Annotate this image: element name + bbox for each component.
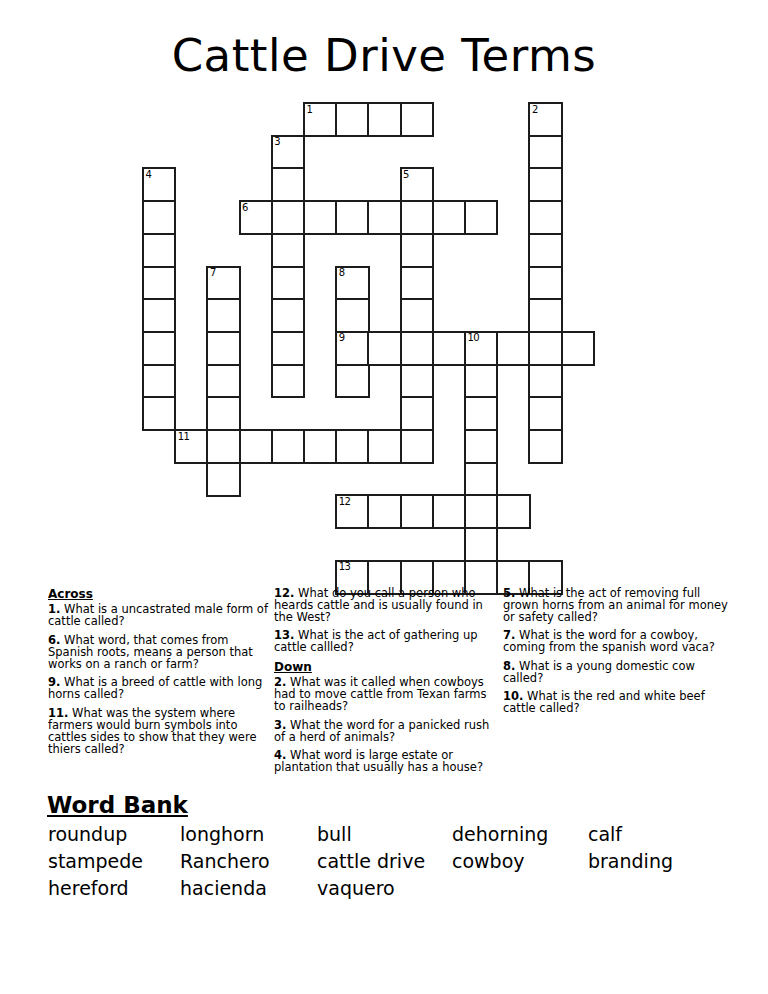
word-bank-item: vaquero [317, 877, 452, 899]
grid-cell[interactable]: 3 [271, 135, 305, 170]
clue-down-8: 8. What is a young domestic cow called? [503, 661, 731, 685]
grid-cell[interactable] [271, 364, 305, 399]
grid-cell[interactable] [206, 462, 240, 497]
clue-across-9: 9. What is a breed of cattle with long h… [48, 677, 274, 701]
word-bank-item: cattle drive [317, 850, 452, 872]
word-bank-item: hereford [48, 877, 180, 899]
grid-cell[interactable] [464, 527, 498, 562]
word-bank-heading: Word Bank [47, 792, 188, 818]
grid-cell[interactable] [528, 331, 562, 366]
grid-cell[interactable] [271, 266, 305, 301]
word-bank-item: bull [317, 823, 452, 845]
grid-cell[interactable]: 7 [206, 266, 240, 301]
word-bank-item: roundup [48, 823, 180, 845]
grid-cell[interactable] [400, 364, 434, 399]
grid-cell[interactable] [142, 331, 176, 366]
grid-cell[interactable] [335, 298, 369, 333]
grid-cell[interactable] [335, 364, 369, 399]
clue-down-2: 2. What was it called when cowboys had t… [274, 677, 500, 713]
grid-cell[interactable] [432, 200, 466, 235]
cell-number: 7 [210, 268, 216, 278]
cell-number: 6 [242, 203, 248, 213]
grid-cell[interactable] [528, 298, 562, 333]
grid-cell[interactable]: 8 [335, 266, 369, 301]
grid-cell[interactable] [335, 102, 369, 137]
clue-down-10: 10. What is the red and white beef cattl… [503, 691, 731, 715]
grid-cell[interactable] [464, 364, 498, 399]
page-root: Cattle Drive Terms 12345678910111213 Acr… [0, 0, 768, 994]
clue-down-4: 4. What word is large estate or plantati… [274, 750, 500, 774]
clue-column-right: 5. What is the act of removing full grow… [503, 588, 731, 722]
grid-cell[interactable] [400, 494, 434, 529]
grid-cell[interactable] [367, 331, 401, 366]
grid-cell[interactable]: 9 [335, 331, 369, 366]
cell-number: 4 [146, 170, 152, 180]
grid-cell[interactable] [142, 233, 176, 268]
grid-cell[interactable] [142, 200, 176, 235]
grid-cell[interactable] [561, 331, 595, 366]
grid-cell[interactable] [496, 494, 530, 529]
word-bank-item: calf [588, 823, 673, 845]
grid-cell[interactable] [271, 429, 305, 464]
grid-cell[interactable] [271, 331, 305, 366]
grid-cell[interactable]: 11 [174, 429, 208, 464]
grid-cell[interactable] [400, 429, 434, 464]
grid-cell[interactable] [303, 429, 337, 464]
cell-number: 8 [339, 268, 345, 278]
clue-across-1: 1. What is a uncastrated male form of ca… [48, 604, 274, 628]
grid-cell[interactable] [400, 200, 434, 235]
cell-number: 12 [339, 497, 351, 507]
grid-cell[interactable] [271, 233, 305, 268]
grid-cell[interactable] [432, 494, 466, 529]
grid-cell[interactable] [206, 429, 240, 464]
grid-cell[interactable] [142, 364, 176, 399]
cell-number: 1 [307, 105, 313, 115]
crossword-grid: 12345678910111213 [142, 102, 595, 595]
page-title: Cattle Drive Terms [0, 30, 768, 82]
clue-across-12: 12. What do you call a person who heards… [274, 588, 500, 624]
grid-cell[interactable]: 6 [239, 200, 273, 235]
word-bank-item: Ranchero [180, 850, 317, 872]
grid-cell[interactable] [528, 266, 562, 301]
grid-cell[interactable]: 2 [528, 102, 562, 137]
clue-down-7: 7. What is the word for a cowboy, coming… [503, 630, 731, 654]
grid-cell[interactable] [335, 200, 369, 235]
grid-cell[interactable] [432, 331, 466, 366]
grid-cell[interactable] [400, 298, 434, 333]
grid-cell[interactable] [496, 331, 530, 366]
grid-cell[interactable] [367, 200, 401, 235]
cell-number: 3 [274, 137, 280, 147]
grid-cell[interactable] [528, 167, 562, 202]
grid-cell[interactable] [400, 331, 434, 366]
grid-cell[interactable]: 12 [335, 494, 369, 529]
cell-number: 10 [468, 333, 480, 343]
grid-cell[interactable] [528, 396, 562, 431]
grid-cell[interactable] [206, 364, 240, 399]
grid-cell[interactable] [206, 331, 240, 366]
cell-number: 5 [403, 170, 409, 180]
word-bank-item: dehorning [452, 823, 588, 845]
grid-cell[interactable] [271, 298, 305, 333]
word-bank-item: branding [588, 850, 673, 872]
word-bank: rounduplonghornbulldehorningcalfstampede… [48, 823, 673, 899]
grid-cell[interactable] [142, 298, 176, 333]
down-heading: Down [274, 661, 500, 673]
grid-cell[interactable] [400, 396, 434, 431]
grid-cell[interactable] [271, 200, 305, 235]
grid-cell[interactable] [528, 233, 562, 268]
grid-cell[interactable] [367, 102, 401, 137]
word-bank-item: longhorn [180, 823, 317, 845]
grid-cell[interactable] [528, 135, 562, 170]
clue-column-left: Across1. What is a uncastrated male form… [48, 588, 274, 762]
grid-cell[interactable]: 10 [464, 331, 498, 366]
cell-number: 2 [532, 105, 538, 115]
grid-cell[interactable] [464, 494, 498, 529]
cell-number: 13 [339, 562, 351, 572]
word-bank-item: cowboy [452, 850, 588, 872]
grid-cell[interactable] [367, 494, 401, 529]
grid-cell[interactable] [271, 167, 305, 202]
grid-cell[interactable]: 4 [142, 167, 176, 202]
grid-cell[interactable] [528, 429, 562, 464]
clue-down-5: 5. What is the act of removing full grow… [503, 588, 731, 624]
grid-cell[interactable] [239, 429, 273, 464]
grid-cell[interactable]: 1 [303, 102, 337, 137]
clue-across-13: 13. What is the act of gathering up catt… [274, 630, 500, 654]
across-heading: Across [48, 588, 274, 600]
grid-cell[interactable] [528, 200, 562, 235]
clue-across-11: 11. What was the system where farmers wo… [48, 708, 274, 756]
grid-cell[interactable] [464, 200, 498, 235]
word-bank-item: stampede [48, 850, 180, 872]
clue-down-3: 3. What the word for a panicked rush of … [274, 720, 500, 744]
grid-cell[interactable] [335, 429, 369, 464]
word-bank-item: hacienda [180, 877, 317, 899]
clue-column-middle: 12. What do you call a person who heards… [274, 588, 500, 780]
grid-cell[interactable] [206, 396, 240, 431]
grid-cell[interactable] [142, 266, 176, 301]
grid-cell[interactable] [528, 364, 562, 399]
grid-cell[interactable] [400, 266, 434, 301]
clue-across-6: 6. What word, that comes from Spanish ro… [48, 635, 274, 671]
cell-number: 9 [339, 333, 345, 343]
grid-cell[interactable] [400, 102, 434, 137]
grid-cell[interactable] [464, 429, 498, 464]
grid-cell[interactable] [464, 396, 498, 431]
grid-cell[interactable] [303, 200, 337, 235]
grid-cell[interactable] [464, 462, 498, 497]
grid-cell[interactable] [142, 396, 176, 431]
cell-number: 11 [178, 432, 190, 442]
grid-cell[interactable] [206, 298, 240, 333]
grid-cell[interactable]: 5 [400, 167, 434, 202]
grid-cell[interactable] [400, 233, 434, 268]
grid-cell[interactable] [367, 429, 401, 464]
